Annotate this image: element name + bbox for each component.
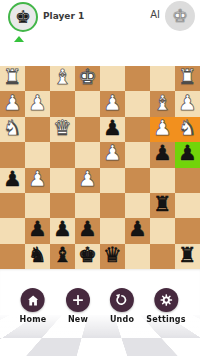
square-f2[interactable] <box>50 91 75 116</box>
square-g3[interactable] <box>25 117 50 142</box>
piece-white-pawn: ♟ <box>3 93 22 114</box>
turn-indicator-triangle <box>14 36 24 42</box>
piece-black-rook: ♜ <box>178 245 197 266</box>
square-g4[interactable] <box>25 142 50 167</box>
square-b4[interactable]: ♟ <box>150 142 175 167</box>
piece-black-pawn: ♟ <box>78 219 97 240</box>
player-name: Player 1 <box>43 11 84 21</box>
square-g2[interactable]: ♟ <box>25 91 50 116</box>
piece-white-pawn: ♟ <box>78 169 97 190</box>
new-button-label: New <box>68 315 88 324</box>
square-a7[interactable] <box>175 218 200 243</box>
piece-black-pawn: ♟ <box>28 219 47 240</box>
square-d6[interactable] <box>100 193 125 218</box>
square-b2[interactable]: ♝ <box>150 91 175 116</box>
square-d3[interactable]: ♟ <box>100 117 125 142</box>
square-g5[interactable]: ♟ <box>25 168 50 193</box>
square-a6[interactable] <box>175 193 200 218</box>
square-a3[interactable]: ♞ <box>175 117 200 142</box>
undo-button-label: Undo <box>110 315 134 324</box>
square-c5[interactable] <box>125 168 150 193</box>
undo-icon <box>115 293 129 307</box>
piece-white-pawn: ♟ <box>153 118 172 139</box>
home-button-label: Home <box>20 315 47 324</box>
piece-black-bishop: ♝ <box>53 245 72 266</box>
square-c3[interactable] <box>125 117 150 142</box>
square-b6[interactable]: ♜ <box>150 193 175 218</box>
square-c7[interactable]: ♟ <box>125 218 150 243</box>
piece-black-pawn: ♟ <box>103 118 122 139</box>
home-icon <box>26 294 39 307</box>
new-button-circle <box>66 288 90 312</box>
square-d8[interactable]: ♛ <box>100 244 125 269</box>
square-e1[interactable]: ♚ <box>75 66 100 91</box>
square-h7[interactable] <box>0 218 25 243</box>
square-h4[interactable] <box>0 142 25 167</box>
square-h1[interactable]: ♜ <box>0 66 25 91</box>
piece-black-pawn: ♟ <box>3 169 22 190</box>
square-g7[interactable]: ♟ <box>25 218 50 243</box>
square-b8[interactable] <box>150 244 175 269</box>
square-a5[interactable] <box>175 168 200 193</box>
square-b7[interactable] <box>150 218 175 243</box>
square-g8[interactable]: ♞ <box>25 244 50 269</box>
piece-white-rook: ♜ <box>3 67 22 88</box>
square-f8[interactable]: ♝ <box>50 244 75 269</box>
piece-white-knight: ♞ <box>3 118 22 139</box>
piece-black-pawn: ♟ <box>128 219 147 240</box>
top-bar: ♚ Player 1 AI ♚ <box>0 0 200 66</box>
square-f3[interactable]: ♛ <box>50 117 75 142</box>
piece-white-bishop: ♝ <box>153 93 172 114</box>
square-b1[interactable] <box>150 66 175 91</box>
square-f7[interactable]: ♟ <box>50 218 75 243</box>
square-c4[interactable] <box>125 142 150 167</box>
piece-black-pawn: ♟ <box>178 143 197 164</box>
square-f4[interactable] <box>50 142 75 167</box>
square-a2[interactable]: ♟ <box>175 91 200 116</box>
piece-white-pawn: ♟ <box>103 143 122 164</box>
square-a4[interactable]: ♟ <box>175 142 200 167</box>
square-e3[interactable] <box>75 117 100 142</box>
square-g1[interactable] <box>25 66 50 91</box>
piece-white-pawn: ♟ <box>178 93 197 114</box>
undo-button-circle <box>110 288 134 312</box>
piece-white-knight: ♞ <box>178 118 197 139</box>
piece-white-pawn: ♟ <box>28 169 47 190</box>
piece-white-queen: ♛ <box>53 118 72 139</box>
square-a1[interactable]: ♜ <box>175 66 200 91</box>
square-f1[interactable]: ♝ <box>50 66 75 91</box>
square-d2[interactable]: ♟ <box>100 91 125 116</box>
square-d4[interactable]: ♟ <box>100 142 125 167</box>
square-g6[interactable] <box>25 193 50 218</box>
chess-app: ♚ Player 1 AI ♚ ♜♝♚♜♟♟♟♝♟♞♛♟♟♞♟♟♟♟♟♟♜♟♟♟… <box>0 0 200 356</box>
piece-black-pawn: ♟ <box>53 219 72 240</box>
white-king-icon: ♚ <box>172 7 188 25</box>
black-king-icon: ♚ <box>15 8 31 26</box>
bottom-panel: Home New <box>0 269 200 356</box>
piece-white-bishop: ♝ <box>53 67 72 88</box>
piece-black-king: ♚ <box>78 245 97 266</box>
square-a8[interactable]: ♜ <box>175 244 200 269</box>
square-h3[interactable]: ♞ <box>0 117 25 142</box>
plus-icon <box>71 293 85 307</box>
square-f6[interactable] <box>50 193 75 218</box>
gear-icon <box>159 293 173 307</box>
square-b3[interactable]: ♟ <box>150 117 175 142</box>
piece-white-king: ♚ <box>78 67 97 88</box>
piece-black-rook: ♜ <box>153 194 172 215</box>
square-c6[interactable] <box>125 193 150 218</box>
ai-avatar: ♚ <box>165 1 195 31</box>
ai-label: AI <box>150 9 160 20</box>
chess-board: ♜♝♚♜♟♟♟♝♟♞♛♟♟♞♟♟♟♟♟♟♜♟♟♟♟♞♝♚♛♜ <box>0 66 200 269</box>
player-avatar: ♚ <box>8 2 38 32</box>
square-c8[interactable] <box>125 244 150 269</box>
square-e4[interactable] <box>75 142 100 167</box>
square-d1[interactable] <box>100 66 125 91</box>
square-e6[interactable] <box>75 193 100 218</box>
square-h2[interactable]: ♟ <box>0 91 25 116</box>
square-c2[interactable] <box>125 91 150 116</box>
piece-black-knight: ♞ <box>28 245 47 266</box>
square-f5[interactable] <box>50 168 75 193</box>
piece-white-pawn: ♟ <box>103 93 122 114</box>
piece-black-pawn: ♟ <box>153 143 172 164</box>
undo-button[interactable]: Undo <box>110 288 134 324</box>
new-game-button[interactable]: New <box>66 288 90 324</box>
settings-button[interactable]: Settings <box>146 288 185 324</box>
square-e5[interactable]: ♟ <box>75 168 100 193</box>
square-e2[interactable] <box>75 91 100 116</box>
square-c1[interactable] <box>125 66 150 91</box>
settings-button-label: Settings <box>146 315 185 324</box>
square-h8[interactable] <box>0 244 25 269</box>
piece-white-pawn: ♟ <box>28 93 47 114</box>
square-e7[interactable]: ♟ <box>75 218 100 243</box>
home-button-circle <box>21 288 45 312</box>
piece-white-rook: ♜ <box>178 67 197 88</box>
nav-bar: Home New <box>0 269 200 329</box>
square-d7[interactable] <box>100 218 125 243</box>
piece-black-queen: ♛ <box>103 245 122 266</box>
square-d5[interactable] <box>100 168 125 193</box>
settings-button-circle <box>154 288 178 312</box>
square-b5[interactable] <box>150 168 175 193</box>
home-button[interactable]: Home <box>20 288 47 324</box>
square-e8[interactable]: ♚ <box>75 244 100 269</box>
square-h6[interactable] <box>0 193 25 218</box>
square-h5[interactable]: ♟ <box>0 168 25 193</box>
